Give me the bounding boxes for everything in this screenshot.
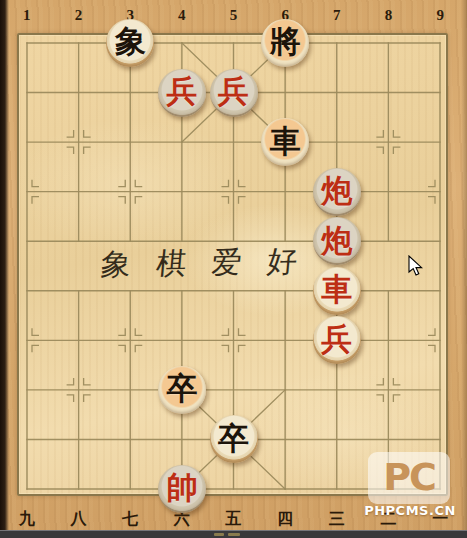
phpcms-logo-monogram: PC [383,455,435,499]
black-soldier-glyph: 卒 [166,373,197,404]
red-cannon[interactable]: 炮 [313,168,361,216]
red-soldier-glyph: 兵 [321,324,352,355]
phpcms-logo: PC [368,452,450,504]
black-elephant-glyph: 象 [115,26,146,57]
mouse-cursor-icon [408,255,424,277]
black-soldier-glyph: 卒 [218,423,249,454]
pieces-layer: 象將兵兵車炮炮車兵卒卒帥 [1,18,466,514]
red-soldier[interactable]: 兵 [313,316,361,364]
bottom-bar-mark [214,533,224,536]
red-soldier-glyph: 兵 [218,76,249,107]
red-soldier-glyph: 兵 [166,76,197,107]
red-soldier[interactable]: 兵 [210,69,258,117]
red-chariot-glyph: 車 [321,274,352,305]
xiangqi-screenshot: 123456789 九八七六五四三二一 象棋爱好 象將兵兵車炮炮車兵卒卒帥 PC… [0,0,467,538]
black-soldier[interactable]: 卒 [158,366,206,414]
black-chariot[interactable]: 車 [261,118,309,166]
red-cannon-glyph: 炮 [321,175,352,206]
red-general-glyph: 帥 [166,472,197,503]
red-soldier[interactable]: 兵 [158,69,206,117]
black-general-glyph: 將 [270,26,301,57]
red-chariot[interactable]: 車 [313,267,361,315]
red-cannon-glyph: 炮 [321,225,352,256]
black-chariot-glyph: 車 [270,126,301,157]
black-elephant[interactable]: 象 [106,19,154,67]
phpcms-logo-caption: PHPCMS.CN [360,503,460,518]
red-cannon[interactable]: 炮 [313,217,361,265]
red-general[interactable]: 帥 [158,465,206,513]
black-soldier[interactable]: 卒 [210,415,258,463]
bottom-bar-mark [228,533,240,536]
black-general[interactable]: 將 [261,19,309,67]
